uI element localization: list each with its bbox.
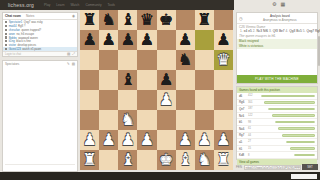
black-king[interactable]: ♚ — [157, 10, 176, 30]
top-navbar: lichess.org PlayLearnWatchCommunityTools — [0, 0, 234, 10]
winrate-bar — [272, 114, 315, 117]
square-f7[interactable]: ♟ — [176, 30, 195, 50]
fen-set-button[interactable]: SET — [302, 164, 318, 170]
square-c1[interactable]: ♝ — [118, 150, 137, 170]
explorer-row-Rg6[interactable]: Rg6301 — [237, 100, 317, 107]
white-pawn[interactable]: ♟ — [118, 130, 137, 150]
square-e1[interactable]: ♚ — [157, 150, 176, 170]
square-b5[interactable] — [99, 70, 118, 90]
explorer-row-h5[interactable]: h515 — [237, 146, 317, 153]
black-pawn[interactable]: ♟ — [137, 30, 156, 50]
square-b3[interactable] — [99, 110, 118, 130]
explorer-move: Rg6 — [239, 100, 248, 104]
explorer-move: Kd8 — [239, 153, 248, 157]
square-f5[interactable] — [176, 70, 195, 90]
white-bishop[interactable]: ♝ — [176, 150, 195, 170]
spectators-panel: Spectators ✎ ▤ — [2, 60, 78, 172]
square-a4[interactable] — [80, 90, 99, 110]
explorer-row-a5[interactable]: a527 — [237, 139, 317, 146]
nav-item-watch[interactable]: Watch — [70, 3, 79, 7]
movelist-panel: ◷ Analysis board Anonymous vs Anonymous … — [236, 12, 318, 84]
tab-notes[interactable]: Notes — [26, 14, 34, 18]
move[interactable]: Bc5 — [296, 29, 302, 33]
square-g6[interactable] — [195, 50, 214, 70]
bottom-bar — [0, 172, 320, 180]
square-d8[interactable]: ♛ — [137, 10, 156, 30]
square-c3[interactable]: ♞ — [118, 110, 137, 130]
panel-top-icons: ⚙ ▦ — [272, 1, 285, 7]
square-h6[interactable]: ♛ — [214, 50, 233, 70]
user-flag-icon — [5, 40, 7, 42]
white-queen[interactable]: ♛ — [214, 50, 233, 70]
square-h3[interactable] — [214, 110, 233, 130]
square-a5[interactable] — [80, 70, 99, 90]
white-pawn[interactable]: ♟ — [214, 130, 233, 150]
chat-toggle-icon[interactable]: ◉ — [72, 14, 75, 18]
winrate-bar — [261, 95, 315, 98]
explorer-row-Qe7[interactable]: Qe7187 — [237, 106, 317, 113]
square-g8[interactable]: ♜ — [195, 10, 214, 30]
square-e8[interactable]: ♚ — [157, 10, 176, 30]
square-g7[interactable] — [195, 30, 214, 50]
square-a8[interactable]: ♜ — [80, 10, 99, 30]
explorer-row-Rg7[interactable]: Rg744 — [237, 133, 317, 140]
white-rook[interactable]: ♜ — [214, 150, 233, 170]
square-g5[interactable] — [195, 70, 214, 90]
fen-input[interactable]: rnbqk1r1/pppp1p1p/5n1Q/2b1p3/4P3/2N5/PPP… — [244, 165, 301, 170]
black-pawn[interactable]: ♟ — [118, 30, 137, 50]
explorer-games-count: 8 — [248, 154, 256, 157]
square-f1[interactable]: ♝ — [176, 150, 195, 170]
explorer-row-d6[interactable]: d6412 — [237, 93, 317, 100]
square-e5[interactable]: ♟ — [157, 70, 176, 90]
square-h2[interactable]: ♟ — [214, 130, 233, 150]
square-e2[interactable] — [157, 130, 176, 150]
chess-board[interactable]: ♜♞♝♛♚♜♟♟♟♟♟♟♞♛♝♟♟♞♟♟♟♟♟♟♟♜♝♚♝♞♜ — [80, 10, 233, 170]
explorer-move: a5 — [239, 140, 248, 144]
square-a2[interactable]: ♟ — [80, 130, 99, 150]
chat-tabs: Chat room Notes ◉ — [3, 13, 77, 20]
white-pawn[interactable]: ♟ — [195, 130, 214, 150]
explorer-games-count: 15 — [248, 147, 256, 150]
chat-input[interactable]: Login to chat ▤ ⤢ — [3, 51, 77, 56]
explorer-move: h5 — [239, 147, 248, 151]
play-machine-button[interactable]: PLAY WITH THE MACHINE — [237, 75, 317, 83]
square-h1[interactable]: ♜ — [214, 150, 233, 170]
square-g3[interactable] — [195, 110, 214, 130]
chat-config-icon[interactable]: ▤ — [67, 52, 70, 56]
black-pawn[interactable]: ♟ — [80, 30, 99, 50]
square-d2[interactable]: ♟ — [137, 130, 156, 150]
user-flag-icon — [5, 25, 7, 27]
square-e4[interactable]: ♟ — [157, 90, 176, 110]
black-pawn[interactable]: ♟ — [99, 30, 118, 50]
black-knight[interactable]: ♞ — [99, 10, 118, 30]
square-b8[interactable]: ♞ — [99, 10, 118, 30]
explorer-row-Kd8[interactable]: Kd88 — [237, 152, 317, 159]
square-c2[interactable]: ♟ — [118, 130, 137, 150]
chat-message-list: Spectator1Qxg7 was riskymat44Rg8 !!chess… — [3, 20, 77, 55]
tab-chat-room[interactable]: Chat room — [5, 14, 21, 18]
winrate-bar — [268, 108, 315, 111]
spectators-title: Spectators — [5, 62, 19, 66]
user-flag-icon — [5, 44, 7, 46]
explorer-move: Qe7 — [239, 107, 248, 111]
user-flag-icon — [5, 36, 7, 38]
chat-text: Qxg7 was risky — [24, 20, 43, 24]
players-title: Anonymous vs Anonymous — [245, 18, 316, 22]
movelist-header: ◷ Analysis board Anonymous vs Anonymous — [237, 13, 317, 24]
square-f6[interactable]: ♞ — [176, 50, 195, 70]
main-nav: PlayLearnWatchCommunityTools — [44, 3, 115, 7]
black-pawn[interactable]: ♟ — [214, 30, 233, 50]
move[interactable]: Qg3 — [289, 29, 295, 33]
explorer-move: b5 — [239, 120, 248, 124]
chat-panel: Chat room Notes ◉ Spectator1Qxg7 was ris… — [2, 12, 78, 57]
move[interactable]: Rg8 — [315, 29, 320, 33]
fen-row: FEN rnbqk1r1/pppp1p1p/5n1Q/2b1p3/4P3/2N5… — [236, 163, 318, 171]
square-c4[interactable] — [118, 90, 137, 110]
black-queen[interactable]: ♛ — [137, 10, 156, 30]
square-b2[interactable]: ♟ — [99, 130, 118, 150]
spectators-header: Spectators ✎ ▤ — [3, 61, 77, 67]
square-d7[interactable]: ♟ — [137, 30, 156, 50]
explorer-games-count: 301 — [248, 101, 256, 104]
result-lines: Black resignedWhite is victorious — [237, 39, 317, 49]
square-c7[interactable]: ♟ — [118, 30, 137, 50]
winrate-bar — [294, 154, 315, 157]
nav-item-learn[interactable]: Learn — [56, 3, 64, 7]
explorer-games-count: 98 — [248, 121, 256, 124]
square-d4[interactable] — [137, 90, 156, 110]
explorer-move: d6 — [239, 94, 248, 98]
result-line: White is victorious — [237, 44, 317, 49]
explorer-row-Na6[interactable]: Na661 — [237, 126, 317, 133]
explorer-move: Na6 — [239, 127, 248, 131]
explorer-row-b5[interactable]: b598 — [237, 119, 317, 126]
explorer-games-count: 27 — [248, 140, 256, 143]
square-e3[interactable] — [157, 110, 176, 130]
white-bishop[interactable]: ♝ — [118, 150, 137, 170]
square-a6[interactable] — [80, 50, 99, 70]
white-knight[interactable]: ♞ — [118, 110, 137, 130]
white-pawn[interactable]: ♟ — [80, 130, 99, 150]
square-a3[interactable] — [80, 110, 99, 130]
square-h8[interactable] — [214, 10, 233, 30]
lichess-logo[interactable]: lichess.org — [8, 2, 34, 8]
move-comment: The queen escapes to h6. — [239, 34, 276, 38]
square-h5[interactable] — [214, 70, 233, 90]
explorer-games-count: 412 — [248, 94, 256, 97]
white-knight[interactable]: ♞ — [195, 150, 214, 170]
square-f3[interactable] — [176, 110, 195, 130]
nav-item-community[interactable]: Community — [85, 3, 101, 7]
move-list: C25 Vienna Game 1.e4e52.Nc3Nf63.Qf3Be74.… — [237, 24, 317, 39]
nav-item-tools[interactable]: Tools — [108, 3, 115, 7]
explorer-row-Nc6[interactable]: Nc6122 — [237, 113, 317, 120]
pencil-icon[interactable]: ✎ — [67, 62, 70, 66]
white-pawn[interactable]: ♟ — [137, 130, 156, 150]
square-e7[interactable] — [157, 30, 176, 50]
explorer-rows: d6412Rg6301Qe7187Nc6122b598Na661Rg744a52… — [237, 93, 317, 159]
winrate-bar — [275, 121, 315, 124]
clock-icon: ◷ — [239, 16, 243, 21]
black-knight[interactable]: ♞ — [176, 50, 195, 70]
square-h7[interactable]: ♟ — [214, 30, 233, 50]
white-pawn[interactable]: ♟ — [157, 90, 176, 110]
square-b4[interactable] — [99, 90, 118, 110]
square-f2[interactable]: ♟ — [176, 130, 195, 150]
square-b1[interactable] — [99, 150, 118, 170]
square-d6[interactable] — [137, 50, 156, 70]
white-rook[interactable]: ♜ — [80, 150, 99, 170]
square-c5[interactable]: ♝ — [118, 70, 137, 90]
winrate-bar — [290, 147, 315, 150]
square-d5[interactable] — [137, 70, 156, 90]
white-king[interactable]: ♚ — [157, 150, 176, 170]
opening-explorer-panel: Games found with this position d6412Rg63… — [236, 86, 318, 160]
fen-label: FEN — [236, 165, 242, 169]
list-icon[interactable]: ▤ — [72, 62, 75, 66]
spectators-footer — [5, 164, 75, 169]
user-flag-icon — [5, 48, 7, 50]
chat-expand-icon[interactable]: ⤢ — [72, 52, 75, 56]
black-pawn[interactable]: ♟ — [176, 30, 195, 50]
explorer-move: Nc6 — [239, 114, 248, 118]
square-g2[interactable]: ♟ — [195, 130, 214, 150]
square-a7[interactable]: ♟ — [80, 30, 99, 50]
square-a1[interactable]: ♜ — [80, 150, 99, 170]
square-f4[interactable] — [176, 90, 195, 110]
winrate-bar — [278, 127, 315, 130]
square-h4[interactable] — [214, 90, 233, 110]
square-b6[interactable] — [99, 50, 118, 70]
bottom-right-box — [291, 174, 317, 179]
explorer-move: Rg7 — [239, 133, 248, 137]
black-rook[interactable]: ♜ — [195, 10, 214, 30]
move[interactable]: Qxg7 — [306, 29, 314, 33]
square-b7[interactable]: ♟ — [99, 30, 118, 50]
winrate-bar — [264, 101, 315, 104]
white-pawn[interactable]: ♟ — [99, 130, 118, 150]
explorer-games-count: 44 — [248, 134, 256, 137]
user-flag-icon — [5, 21, 7, 23]
white-pawn[interactable]: ♟ — [176, 130, 195, 150]
black-bishop[interactable]: ♝ — [118, 70, 137, 90]
winrate-bar — [286, 141, 315, 144]
move-number: 4. — [286, 29, 289, 33]
square-d1[interactable] — [137, 150, 156, 170]
square-e6[interactable] — [157, 50, 176, 70]
user-flag-icon — [5, 33, 7, 35]
layout-grid-icon[interactable]: ▦ — [280, 1, 285, 7]
winrate-bar — [282, 134, 315, 137]
chat-input-placeholder: Login to chat — [5, 52, 21, 56]
user-flag-icon — [5, 29, 7, 31]
black-rook[interactable]: ♜ — [80, 10, 99, 30]
square-g1[interactable]: ♞ — [195, 150, 214, 170]
black-pawn[interactable]: ♟ — [157, 70, 176, 90]
black-bishop[interactable]: ♝ — [118, 10, 137, 30]
square-f8[interactable] — [176, 10, 195, 30]
square-c6[interactable] — [118, 50, 137, 70]
nav-item-play[interactable]: Play — [44, 3, 50, 7]
square-c8[interactable]: ♝ — [118, 10, 137, 30]
explorer-games-count: 61 — [248, 127, 256, 130]
square-g4[interactable] — [195, 90, 214, 110]
explorer-games-count: 187 — [248, 107, 256, 110]
gear-icon[interactable]: ⚙ — [272, 1, 276, 7]
explorer-games-count: 122 — [248, 114, 256, 117]
square-d3[interactable] — [137, 110, 156, 130]
page: lichess.org PlayLearnWatchCommunityTools… — [0, 0, 320, 180]
move[interactable]: Be7 — [279, 29, 285, 33]
